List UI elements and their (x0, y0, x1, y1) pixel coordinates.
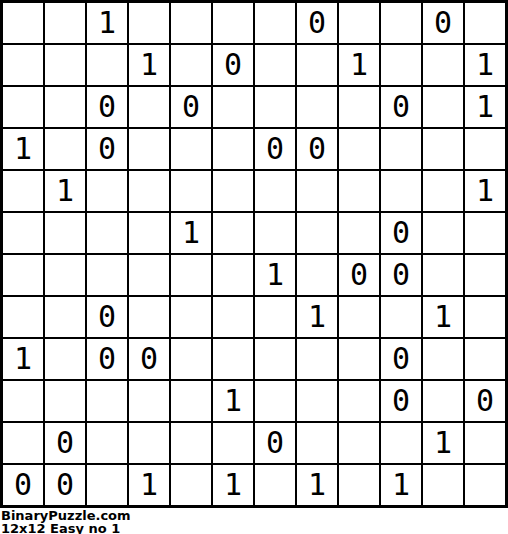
grid-cell[interactable] (129, 171, 169, 211)
grid-cell[interactable] (339, 171, 379, 211)
grid-cell[interactable] (45, 381, 85, 421)
grid-cell: 1 (45, 171, 85, 211)
grid-cell[interactable] (3, 171, 43, 211)
grid-cell: 0 (87, 87, 127, 127)
grid-cell[interactable] (213, 255, 253, 295)
grid-cell: 0 (87, 129, 127, 169)
grid-cell[interactable] (45, 255, 85, 295)
grid-cell[interactable] (213, 129, 253, 169)
footer: BinaryPuzzle.com 12x12 Easy no 1 (0, 508, 508, 534)
grid-cell[interactable] (45, 87, 85, 127)
grid-cell[interactable] (87, 255, 127, 295)
grid-cell[interactable] (381, 129, 421, 169)
grid-cell[interactable] (171, 297, 211, 337)
grid-cell[interactable] (465, 423, 505, 463)
grid-cell[interactable] (3, 45, 43, 85)
grid-cell[interactable] (3, 297, 43, 337)
grid-cell: 0 (255, 129, 295, 169)
grid-cell[interactable] (45, 45, 85, 85)
grid-cell[interactable] (129, 297, 169, 337)
grid-cell[interactable] (255, 465, 295, 505)
grid-cell[interactable] (45, 3, 85, 43)
grid-cell[interactable] (423, 255, 463, 295)
grid-cell: 0 (3, 465, 43, 505)
grid-cell: 0 (381, 87, 421, 127)
grid-cell[interactable] (465, 339, 505, 379)
puzzle-grid: 1001011000110001110100011100010000100111… (0, 0, 508, 508)
grid-cell[interactable] (45, 213, 85, 253)
grid-cell[interactable] (423, 381, 463, 421)
grid-cell: 1 (213, 465, 253, 505)
grid-cell[interactable] (87, 465, 127, 505)
grid-cell[interactable] (297, 45, 337, 85)
grid-cell[interactable] (255, 87, 295, 127)
grid-cell[interactable] (171, 339, 211, 379)
grid-cell[interactable] (171, 381, 211, 421)
grid-cell[interactable] (255, 339, 295, 379)
grid-cell[interactable] (129, 255, 169, 295)
grid-cell[interactable] (171, 255, 211, 295)
grid-cell[interactable] (3, 213, 43, 253)
grid-cell: 1 (465, 45, 505, 85)
grid-cell[interactable] (297, 171, 337, 211)
grid-cell[interactable] (381, 423, 421, 463)
grid-cell[interactable] (129, 3, 169, 43)
grid-cell[interactable] (381, 3, 421, 43)
grid-cell: 0 (381, 255, 421, 295)
grid-cell[interactable] (3, 423, 43, 463)
grid-cell[interactable] (381, 171, 421, 211)
grid-cell: 1 (87, 3, 127, 43)
grid-cell[interactable] (465, 3, 505, 43)
grid-cell[interactable] (297, 381, 337, 421)
grid-cell[interactable] (339, 3, 379, 43)
grid-cell: 1 (465, 87, 505, 127)
grid-cell[interactable] (381, 297, 421, 337)
grid-cell[interactable] (423, 213, 463, 253)
grid-cell[interactable] (339, 423, 379, 463)
grid-cell: 0 (129, 339, 169, 379)
grid-cell[interactable] (129, 213, 169, 253)
grid-cell[interactable] (171, 171, 211, 211)
grid-cell: 1 (297, 297, 337, 337)
grid-cell: 0 (255, 423, 295, 463)
grid-cell: 0 (45, 423, 85, 463)
grid-cell: 1 (3, 129, 43, 169)
grid-cell[interactable] (297, 339, 337, 379)
grid-cell[interactable] (171, 3, 211, 43)
grid-cell: 1 (381, 465, 421, 505)
grid-cell[interactable] (297, 255, 337, 295)
grid-cell[interactable] (45, 339, 85, 379)
grid-cell[interactable] (297, 423, 337, 463)
grid-cell[interactable] (171, 129, 211, 169)
grid-cell[interactable] (465, 129, 505, 169)
grid-cell: 1 (339, 45, 379, 85)
grid-cell: 0 (297, 129, 337, 169)
grid-cell[interactable] (381, 45, 421, 85)
grid-cell[interactable] (255, 297, 295, 337)
grid-cell[interactable] (87, 171, 127, 211)
grid-cell: 0 (339, 255, 379, 295)
grid-cell[interactable] (213, 3, 253, 43)
grid-cell[interactable] (213, 171, 253, 211)
grid-cell[interactable] (423, 87, 463, 127)
grid-cell[interactable] (423, 45, 463, 85)
grid-cell: 1 (3, 339, 43, 379)
grid-cell[interactable] (87, 423, 127, 463)
grid-cell: 1 (297, 465, 337, 505)
grid-cell: 0 (465, 381, 505, 421)
grid-cell[interactable] (171, 465, 211, 505)
grid-cell[interactable] (45, 129, 85, 169)
grid-cell[interactable] (3, 87, 43, 127)
grid-cell: 0 (381, 339, 421, 379)
grid-cell[interactable] (213, 213, 253, 253)
grid-cell[interactable] (297, 87, 337, 127)
grid-cell[interactable] (255, 3, 295, 43)
grid-cell[interactable] (423, 129, 463, 169)
puzzle-title: 12x12 Easy no 1 (1, 522, 508, 534)
grid-cell: 1 (465, 171, 505, 211)
grid-cell[interactable] (213, 423, 253, 463)
grid-cell[interactable] (129, 423, 169, 463)
grid-cell: 1 (255, 255, 295, 295)
grid-cell[interactable] (339, 129, 379, 169)
grid-cell[interactable] (465, 297, 505, 337)
grid-cell: 1 (213, 381, 253, 421)
grid-cell[interactable] (423, 465, 463, 505)
grid-cell: 0 (45, 465, 85, 505)
grid-cell: 0 (423, 3, 463, 43)
grid-cell[interactable] (255, 213, 295, 253)
grid-cell[interactable] (213, 87, 253, 127)
grid-cell[interactable] (3, 3, 43, 43)
grid-cell[interactable] (213, 339, 253, 379)
grid-cell[interactable] (339, 465, 379, 505)
grid-cell[interactable] (339, 297, 379, 337)
grid-cell[interactable] (87, 381, 127, 421)
grid-cell[interactable] (255, 381, 295, 421)
grid-cell[interactable] (171, 45, 211, 85)
grid-cell: 0 (381, 213, 421, 253)
grid-cell: 0 (213, 45, 253, 85)
grid-cell: 1 (423, 297, 463, 337)
grid-cell[interactable] (213, 297, 253, 337)
grid-cell[interactable] (87, 213, 127, 253)
grid-cell[interactable] (465, 255, 505, 295)
grid-cell[interactable] (129, 381, 169, 421)
grid-cell[interactable] (465, 213, 505, 253)
grid-cell: 0 (87, 339, 127, 379)
grid-cell[interactable] (3, 255, 43, 295)
grid-cell[interactable] (297, 213, 337, 253)
grid-cell: 1 (171, 213, 211, 253)
grid-cell[interactable] (3, 381, 43, 421)
grid-cell[interactable] (339, 87, 379, 127)
grid-cell: 0 (87, 297, 127, 337)
grid-cell: 0 (381, 381, 421, 421)
grid-cell[interactable] (465, 465, 505, 505)
grid-cell[interactable] (423, 171, 463, 211)
grid-cell[interactable] (423, 339, 463, 379)
grid-cell[interactable] (339, 213, 379, 253)
grid-cell[interactable] (339, 339, 379, 379)
grid-cell: 0 (297, 3, 337, 43)
grid-cell: 1 (129, 465, 169, 505)
grid-cell[interactable] (339, 381, 379, 421)
grid-cell[interactable] (87, 45, 127, 85)
grid-cell[interactable] (255, 45, 295, 85)
grid-cell: 0 (171, 87, 211, 127)
grid-cell[interactable] (129, 129, 169, 169)
grid-cell[interactable] (171, 423, 211, 463)
grid-cell[interactable] (129, 87, 169, 127)
grid-cell: 1 (423, 423, 463, 463)
grid-cell[interactable] (45, 297, 85, 337)
grid-cell: 1 (129, 45, 169, 85)
grid-cell[interactable] (255, 171, 295, 211)
